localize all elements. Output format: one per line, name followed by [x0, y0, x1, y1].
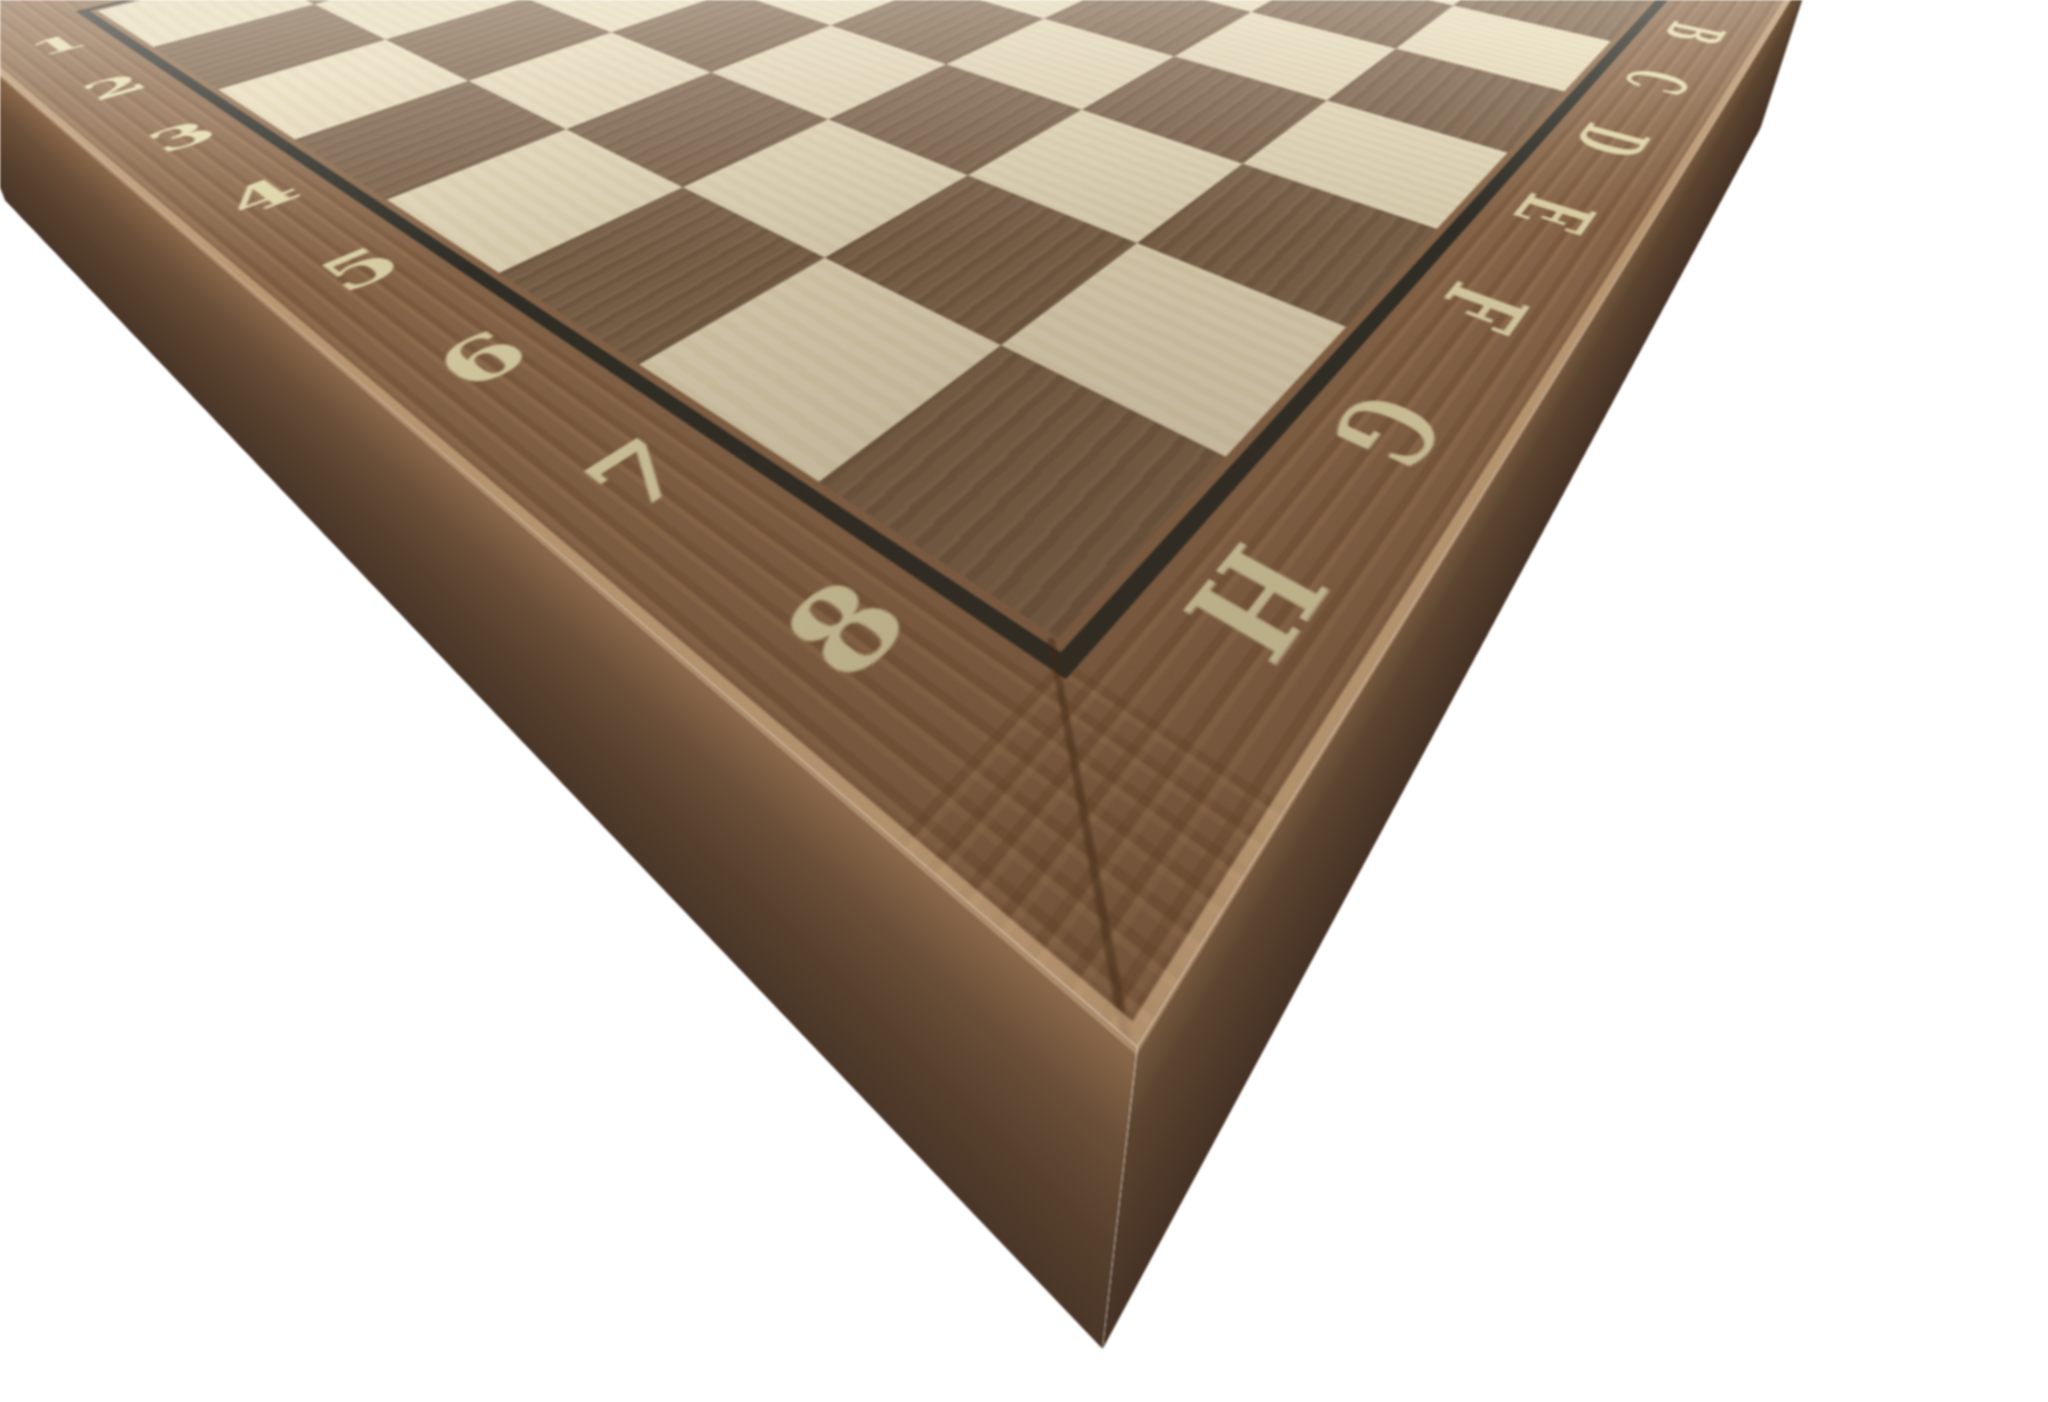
- chessboard: 12345678ABCDEFGH: [0, 0, 1815, 1048]
- square-g4[interactable]: [468, 32, 711, 129]
- square-e7[interactable]: [1082, 56, 1327, 163]
- square-d7[interactable]: [1174, 12, 1395, 100]
- square-e4[interactable]: [731, 0, 931, 25]
- square-h3[interactable]: [218, 40, 468, 140]
- square-g8[interactable]: [1001, 243, 1346, 457]
- square-f4[interactable]: [611, 0, 830, 72]
- square-h4[interactable]: [295, 81, 566, 200]
- square-h7[interactable]: [639, 258, 1001, 482]
- square-b8[interactable]: [1453, 0, 1649, 41]
- square-f3[interactable]: [525, 0, 731, 32]
- square-h8[interactable]: [819, 345, 1226, 638]
- square-h5[interactable]: [387, 129, 683, 273]
- square-h6[interactable]: [499, 187, 825, 364]
- square-d5[interactable]: [931, 0, 1126, 19]
- square-e6[interactable]: [946, 19, 1174, 110]
- square-d6[interactable]: [1044, 0, 1251, 56]
- square-f8[interactable]: [1137, 164, 1437, 327]
- frame-woodgrain-bottom: [0, 0, 1296, 1048]
- square-c7[interactable]: [1251, 0, 1453, 49]
- square-g1[interactable]: [252, 0, 450, 4]
- camera-softness: 12345678ABCDEFGH: [0, 0, 2048, 1402]
- square-c8[interactable]: [1396, 6, 1611, 92]
- square-g2[interactable]: [314, 0, 525, 40]
- square-g7[interactable]: [825, 175, 1137, 345]
- square-f5[interactable]: [711, 25, 946, 119]
- square-g5[interactable]: [566, 72, 828, 187]
- square-f7[interactable]: [968, 110, 1243, 243]
- square-c6[interactable]: [1126, 0, 1316, 12]
- square-e5[interactable]: [831, 0, 1044, 64]
- square-g6[interactable]: [683, 119, 968, 257]
- square-b7[interactable]: [1316, 0, 1501, 6]
- square-h2[interactable]: [153, 4, 385, 89]
- white-backdrop: 12345678ABCDEFGH: [0, 0, 2048, 1402]
- square-h1[interactable]: [97, 0, 314, 47]
- square-f6[interactable]: [828, 64, 1081, 175]
- photo-of-chessboard: 12345678ABCDEFGH: [0, 0, 2048, 1402]
- square-d8[interactable]: [1327, 49, 1564, 153]
- square-g3[interactable]: [386, 0, 612, 81]
- square-e8[interactable]: [1243, 100, 1508, 229]
